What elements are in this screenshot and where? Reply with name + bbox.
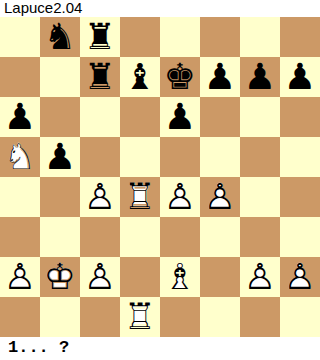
square-c3[interactable] [80, 217, 120, 257]
square-a1[interactable] [0, 297, 40, 337]
square-g1[interactable] [240, 297, 280, 337]
square-b4[interactable] [40, 177, 80, 217]
piece-black-king: ♚ [160, 57, 200, 97]
square-d1[interactable]: ♜♖ [120, 297, 160, 337]
square-h1[interactable] [280, 297, 320, 337]
square-f8[interactable] [200, 17, 240, 57]
square-f1[interactable] [200, 297, 240, 337]
piece-black-rook: ♜ [80, 57, 120, 97]
square-g4[interactable] [240, 177, 280, 217]
square-b1[interactable] [40, 297, 80, 337]
square-g2[interactable]: ♟♙ [240, 257, 280, 297]
square-c5[interactable] [80, 137, 120, 177]
square-f3[interactable] [200, 217, 240, 257]
piece-white-bishop: ♝♗ [160, 257, 200, 297]
square-c2[interactable]: ♟♙ [80, 257, 120, 297]
square-h3[interactable] [280, 217, 320, 257]
square-f4[interactable]: ♟♙ [200, 177, 240, 217]
square-e4[interactable]: ♟♙ [160, 177, 200, 217]
square-b3[interactable] [40, 217, 80, 257]
square-d2[interactable] [120, 257, 160, 297]
square-g6[interactable] [240, 97, 280, 137]
square-c1[interactable] [80, 297, 120, 337]
square-g7[interactable]: ♟ [240, 57, 280, 97]
square-d3[interactable] [120, 217, 160, 257]
square-e5[interactable] [160, 137, 200, 177]
piece-black-rook: ♜ [80, 17, 120, 57]
piece-white-pawn: ♟♙ [280, 257, 320, 297]
move-prompt: 1... ? [0, 337, 320, 360]
piece-black-pawn: ♟ [280, 57, 320, 97]
square-h4[interactable] [280, 177, 320, 217]
square-e7[interactable]: ♚ [160, 57, 200, 97]
square-h5[interactable] [280, 137, 320, 177]
square-d4[interactable]: ♜♖ [120, 177, 160, 217]
square-e2[interactable]: ♝♗ [160, 257, 200, 297]
square-a6[interactable]: ♟ [0, 97, 40, 137]
piece-white-rook: ♜♖ [120, 177, 160, 217]
square-d7[interactable]: ♝ [120, 57, 160, 97]
square-a3[interactable] [0, 217, 40, 257]
square-c4[interactable]: ♟♙ [80, 177, 120, 217]
chess-board: ♞♜♜♝♚♟♟♟♟♟♞♘♟♟♙♜♖♟♙♟♙♟♙♚♔♟♙♝♗♟♙♟♙♜♖ [0, 17, 320, 337]
piece-white-pawn: ♟♙ [160, 177, 200, 217]
square-f5[interactable] [200, 137, 240, 177]
square-c8[interactable]: ♜ [80, 17, 120, 57]
square-a4[interactable] [0, 177, 40, 217]
square-e1[interactable] [160, 297, 200, 337]
square-b5[interactable]: ♟ [40, 137, 80, 177]
square-a2[interactable]: ♟♙ [0, 257, 40, 297]
piece-white-pawn: ♟♙ [80, 177, 120, 217]
square-g8[interactable] [240, 17, 280, 57]
square-f2[interactable] [200, 257, 240, 297]
square-e3[interactable] [160, 217, 200, 257]
square-h6[interactable] [280, 97, 320, 137]
square-d5[interactable] [120, 137, 160, 177]
square-b7[interactable] [40, 57, 80, 97]
square-g3[interactable] [240, 217, 280, 257]
square-g5[interactable] [240, 137, 280, 177]
square-h8[interactable] [280, 17, 320, 57]
square-d8[interactable] [120, 17, 160, 57]
piece-white-pawn: ♟♙ [80, 257, 120, 297]
square-h7[interactable]: ♟ [280, 57, 320, 97]
piece-black-pawn: ♟ [40, 137, 80, 177]
square-b2[interactable]: ♚♔ [40, 257, 80, 297]
piece-black-pawn: ♟ [160, 97, 200, 137]
square-c7[interactable]: ♜ [80, 57, 120, 97]
piece-black-knight: ♞ [40, 17, 80, 57]
diagram-title: Lapuce2.04 [0, 0, 320, 17]
piece-white-knight: ♞♘ [0, 137, 40, 177]
square-b6[interactable] [40, 97, 80, 137]
square-c6[interactable] [80, 97, 120, 137]
piece-black-bishop: ♝ [120, 57, 160, 97]
square-d6[interactable] [120, 97, 160, 137]
square-f7[interactable]: ♟ [200, 57, 240, 97]
square-a5[interactable]: ♞♘ [0, 137, 40, 177]
piece-white-pawn: ♟♙ [200, 177, 240, 217]
square-h2[interactable]: ♟♙ [280, 257, 320, 297]
piece-white-king: ♚♔ [40, 257, 80, 297]
square-e8[interactable] [160, 17, 200, 57]
square-f6[interactable] [200, 97, 240, 137]
square-a7[interactable] [0, 57, 40, 97]
square-e6[interactable]: ♟ [160, 97, 200, 137]
piece-black-pawn: ♟ [240, 57, 280, 97]
square-b8[interactable]: ♞ [40, 17, 80, 57]
piece-white-pawn: ♟♙ [240, 257, 280, 297]
piece-black-pawn: ♟ [0, 97, 40, 137]
piece-black-pawn: ♟ [200, 57, 240, 97]
square-a8[interactable] [0, 17, 40, 57]
piece-white-pawn: ♟♙ [0, 257, 40, 297]
piece-white-rook: ♜♖ [120, 297, 160, 337]
